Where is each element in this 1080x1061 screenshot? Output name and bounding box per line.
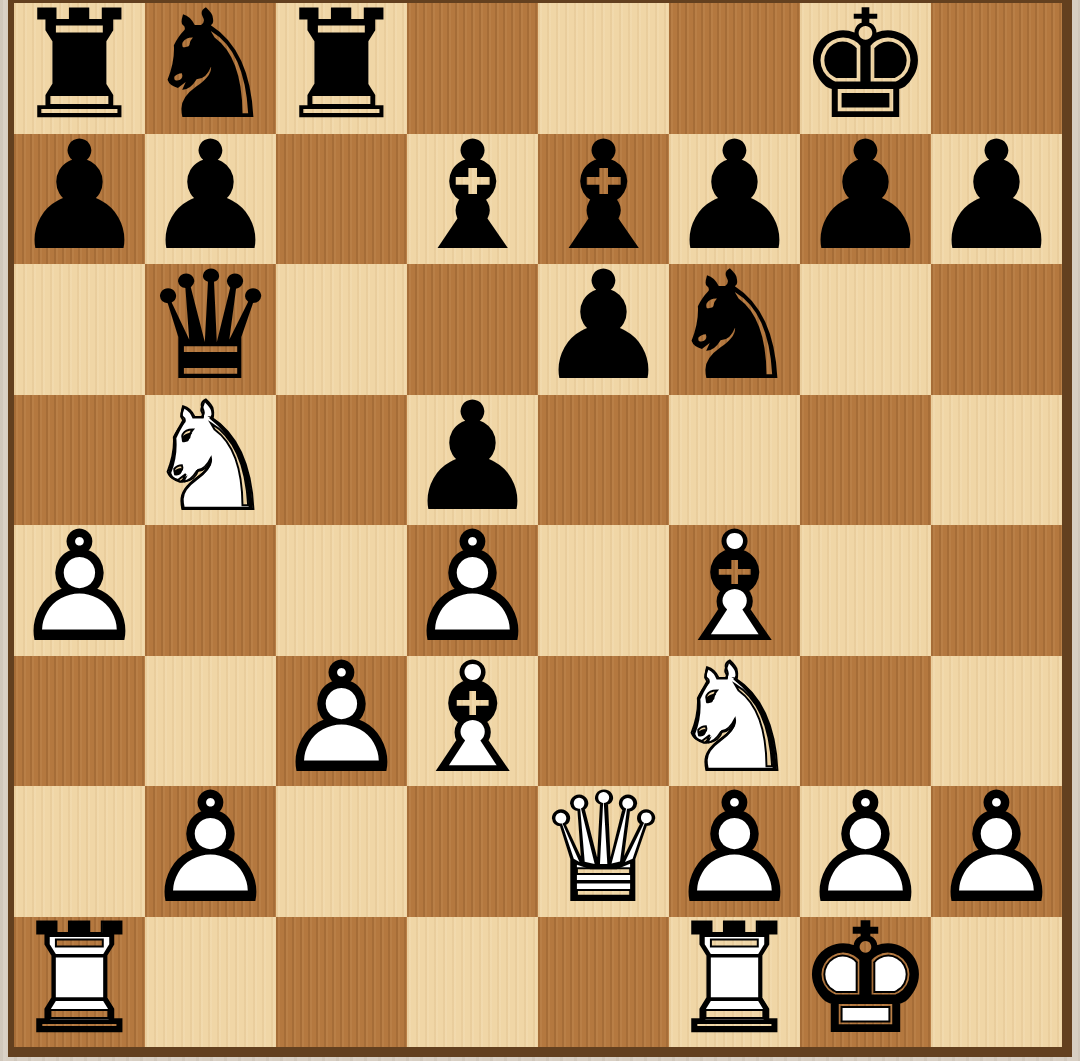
square-e5[interactable]: [538, 395, 669, 526]
square-f1[interactable]: ♜♖: [669, 917, 800, 1048]
square-c6[interactable]: [276, 264, 407, 395]
square-a4[interactable]: ♟♙: [14, 525, 145, 656]
white-knight-outline-icon: ♘: [143, 382, 277, 532]
black-knight-piece[interactable]: ♞: [669, 264, 800, 395]
black-bishop-piece[interactable]: ♝: [407, 134, 538, 265]
square-c8[interactable]: ♜: [276, 3, 407, 134]
black-bishop-icon: ♝: [405, 121, 539, 271]
square-g1[interactable]: ♚♔: [800, 917, 931, 1048]
white-rook-outline-icon: ♖: [667, 904, 801, 1054]
white-bishop-piece[interactable]: ♝♗: [407, 656, 538, 787]
square-g7[interactable]: ♟: [800, 134, 931, 265]
white-pawn-outline-icon: ♙: [12, 512, 146, 662]
black-pawn-icon: ♟: [798, 121, 932, 271]
square-b5[interactable]: ♞♘: [145, 395, 276, 526]
square-b4[interactable]: [145, 525, 276, 656]
square-h2[interactable]: ♟♙: [931, 786, 1062, 917]
white-bishop-outline-icon: ♗: [405, 643, 539, 793]
black-rook-piece[interactable]: ♜: [276, 3, 407, 134]
square-b2[interactable]: ♟♙: [145, 786, 276, 917]
square-e1[interactable]: [538, 917, 669, 1048]
white-rook-piece[interactable]: ♜♖: [14, 917, 145, 1048]
white-pawn-outline-icon: ♙: [929, 773, 1063, 923]
black-rook-icon: ♜: [274, 0, 408, 140]
white-pawn-piece[interactable]: ♟♙: [931, 786, 1062, 917]
white-pawn-outline-icon: ♙: [143, 773, 277, 923]
square-d1[interactable]: [407, 917, 538, 1048]
square-g4[interactable]: [800, 525, 931, 656]
white-pawn-piece[interactable]: ♟♙: [14, 525, 145, 656]
square-a6[interactable]: [14, 264, 145, 395]
white-rook-outline-icon: ♖: [12, 904, 146, 1054]
white-king-piece[interactable]: ♚♔: [800, 917, 931, 1048]
square-c7[interactable]: [276, 134, 407, 265]
square-a7[interactable]: ♟: [14, 134, 145, 265]
white-pawn-outline-icon: ♙: [274, 643, 408, 793]
white-rook-piece[interactable]: ♜♖: [669, 917, 800, 1048]
white-king-outline-icon: ♔: [798, 904, 932, 1054]
black-pawn-piece[interactable]: ♟: [800, 134, 931, 265]
square-g6[interactable]: [800, 264, 931, 395]
chess-board-frame: ♜♞♜♚♟♟♝♝♟♟♟♛♟♞♞♘♟♟♙♟♙♝♗♟♙♝♗♞♘♟♙♛♕♟♙♟♙♟♙♜…: [8, 0, 1072, 1057]
black-pawn-piece[interactable]: ♟: [538, 264, 669, 395]
black-pawn-icon: ♟: [12, 121, 146, 271]
square-g5[interactable]: [800, 395, 931, 526]
square-h7[interactable]: ♟: [931, 134, 1062, 265]
chess-board: ♜♞♜♚♟♟♝♝♟♟♟♛♟♞♞♘♟♟♙♟♙♝♗♟♙♝♗♞♘♟♙♛♕♟♙♟♙♟♙♜…: [14, 3, 1062, 1047]
square-a3[interactable]: [14, 656, 145, 787]
square-e2[interactable]: ♛♕: [538, 786, 669, 917]
square-c1[interactable]: [276, 917, 407, 1048]
square-h4[interactable]: [931, 525, 1062, 656]
black-pawn-piece[interactable]: ♟: [14, 134, 145, 265]
square-c3[interactable]: ♟♙: [276, 656, 407, 787]
white-knight-piece[interactable]: ♞♘: [145, 395, 276, 526]
square-d7[interactable]: ♝: [407, 134, 538, 265]
black-knight-icon: ♞: [667, 251, 801, 401]
square-a1[interactable]: ♜♖: [14, 917, 145, 1048]
white-pawn-piece[interactable]: ♟♙: [276, 656, 407, 787]
white-queen-outline-icon: ♕: [536, 773, 670, 923]
black-pawn-piece[interactable]: ♟: [931, 134, 1062, 265]
black-pawn-icon: ♟: [929, 121, 1063, 271]
square-d3[interactable]: ♝♗: [407, 656, 538, 787]
square-e6[interactable]: ♟: [538, 264, 669, 395]
square-h1[interactable]: [931, 917, 1062, 1048]
square-c5[interactable]: [276, 395, 407, 526]
square-h6[interactable]: [931, 264, 1062, 395]
white-queen-piece[interactable]: ♛♕: [538, 786, 669, 917]
square-b1[interactable]: [145, 917, 276, 1048]
square-c2[interactable]: [276, 786, 407, 917]
square-d2[interactable]: [407, 786, 538, 917]
square-f6[interactable]: ♞: [669, 264, 800, 395]
square-e4[interactable]: [538, 525, 669, 656]
white-pawn-piece[interactable]: ♟♙: [145, 786, 276, 917]
black-pawn-icon: ♟: [536, 251, 670, 401]
square-h5[interactable]: [931, 395, 1062, 526]
